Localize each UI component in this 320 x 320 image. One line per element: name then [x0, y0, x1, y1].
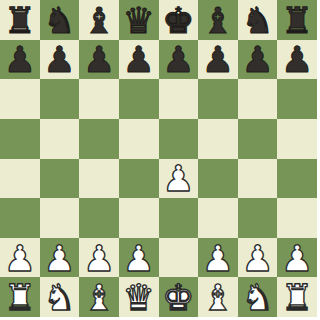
- square-h7[interactable]: ♟: [277, 40, 317, 80]
- square-d8[interactable]: ♛: [119, 0, 159, 40]
- square-h8[interactable]: ♜: [277, 0, 317, 40]
- square-f5[interactable]: [198, 119, 238, 159]
- square-c6[interactable]: [79, 79, 119, 119]
- white-bishop[interactable]: ♝: [202, 280, 234, 316]
- white-king[interactable]: ♚: [162, 280, 194, 316]
- white-pawn[interactable]: ♟: [43, 240, 75, 276]
- square-e2[interactable]: [159, 238, 199, 278]
- black-knight[interactable]: ♞: [241, 2, 273, 38]
- white-knight[interactable]: ♞: [43, 280, 75, 316]
- square-a5[interactable]: [0, 119, 40, 159]
- square-f3[interactable]: [198, 198, 238, 238]
- white-pawn[interactable]: ♟: [4, 240, 36, 276]
- black-pawn[interactable]: ♟: [162, 42, 194, 78]
- square-h6[interactable]: [277, 79, 317, 119]
- square-e3[interactable]: [159, 198, 199, 238]
- black-bishop[interactable]: ♝: [202, 2, 234, 38]
- black-pawn[interactable]: ♟: [202, 42, 234, 78]
- square-e1[interactable]: ♚: [159, 277, 199, 317]
- square-c2[interactable]: ♟: [79, 238, 119, 278]
- square-g6[interactable]: [238, 79, 278, 119]
- square-c3[interactable]: [79, 198, 119, 238]
- square-c1[interactable]: ♝: [79, 277, 119, 317]
- square-b2[interactable]: ♟: [40, 238, 80, 278]
- white-pawn[interactable]: ♟: [281, 240, 313, 276]
- white-pawn[interactable]: ♟: [202, 240, 234, 276]
- square-h3[interactable]: [277, 198, 317, 238]
- chess-board: ♜♞♝♛♚♝♞♜♟♟♟♟♟♟♟♟♟♟♟♟♟♟♟♟♜♞♝♛♚♝♞♜: [0, 0, 317, 317]
- square-g5[interactable]: [238, 119, 278, 159]
- square-e6[interactable]: [159, 79, 199, 119]
- square-f8[interactable]: ♝: [198, 0, 238, 40]
- square-g8[interactable]: ♞: [238, 0, 278, 40]
- white-queen[interactable]: ♛: [123, 280, 155, 316]
- square-a8[interactable]: ♜: [0, 0, 40, 40]
- square-h4[interactable]: [277, 159, 317, 199]
- black-queen[interactable]: ♛: [123, 2, 155, 38]
- square-c4[interactable]: [79, 159, 119, 199]
- square-c7[interactable]: ♟: [79, 40, 119, 80]
- black-pawn[interactable]: ♟: [83, 42, 115, 78]
- square-e5[interactable]: [159, 119, 199, 159]
- square-a6[interactable]: [0, 79, 40, 119]
- square-b1[interactable]: ♞: [40, 277, 80, 317]
- black-pawn[interactable]: ♟: [123, 42, 155, 78]
- square-d4[interactable]: [119, 159, 159, 199]
- square-c8[interactable]: ♝: [79, 0, 119, 40]
- square-a4[interactable]: [0, 159, 40, 199]
- square-b3[interactable]: [40, 198, 80, 238]
- square-b5[interactable]: [40, 119, 80, 159]
- square-e7[interactable]: ♟: [159, 40, 199, 80]
- square-h1[interactable]: ♜: [277, 277, 317, 317]
- white-rook[interactable]: ♜: [281, 280, 313, 316]
- square-h5[interactable]: [277, 119, 317, 159]
- black-king[interactable]: ♚: [162, 2, 194, 38]
- square-b8[interactable]: ♞: [40, 0, 80, 40]
- square-g7[interactable]: ♟: [238, 40, 278, 80]
- square-f6[interactable]: [198, 79, 238, 119]
- black-rook[interactable]: ♜: [281, 2, 313, 38]
- square-b6[interactable]: [40, 79, 80, 119]
- square-a1[interactable]: ♜: [0, 277, 40, 317]
- square-e8[interactable]: ♚: [159, 0, 199, 40]
- square-a2[interactable]: ♟: [0, 238, 40, 278]
- square-b7[interactable]: ♟: [40, 40, 80, 80]
- square-a7[interactable]: ♟: [0, 40, 40, 80]
- square-a3[interactable]: [0, 198, 40, 238]
- white-bishop[interactable]: ♝: [83, 280, 115, 316]
- page: ♜♞♝♛♚♝♞♜♟♟♟♟♟♟♟♟♟♟♟♟♟♟♟♟♜♞♝♛♚♝♞♜: [0, 0, 320, 320]
- square-d6[interactable]: [119, 79, 159, 119]
- square-h2[interactable]: ♟: [277, 238, 317, 278]
- square-b4[interactable]: [40, 159, 80, 199]
- square-g2[interactable]: ♟: [238, 238, 278, 278]
- white-pawn[interactable]: ♟: [241, 240, 273, 276]
- square-d3[interactable]: [119, 198, 159, 238]
- square-f7[interactable]: ♟: [198, 40, 238, 80]
- square-d7[interactable]: ♟: [119, 40, 159, 80]
- white-pawn[interactable]: ♟: [83, 240, 115, 276]
- square-c5[interactable]: [79, 119, 119, 159]
- black-rook[interactable]: ♜: [4, 2, 36, 38]
- white-pawn[interactable]: ♟: [162, 161, 194, 197]
- square-g1[interactable]: ♞: [238, 277, 278, 317]
- square-d2[interactable]: ♟: [119, 238, 159, 278]
- black-knight[interactable]: ♞: [43, 2, 75, 38]
- square-d5[interactable]: [119, 119, 159, 159]
- square-e4[interactable]: ♟: [159, 159, 199, 199]
- square-g4[interactable]: [238, 159, 278, 199]
- square-f1[interactable]: ♝: [198, 277, 238, 317]
- square-g3[interactable]: [238, 198, 278, 238]
- black-pawn[interactable]: ♟: [241, 42, 273, 78]
- square-d1[interactable]: ♛: [119, 277, 159, 317]
- white-pawn[interactable]: ♟: [123, 240, 155, 276]
- white-rook[interactable]: ♜: [4, 280, 36, 316]
- square-f4[interactable]: [198, 159, 238, 199]
- white-knight[interactable]: ♞: [241, 280, 273, 316]
- black-pawn[interactable]: ♟: [281, 42, 313, 78]
- black-pawn[interactable]: ♟: [4, 42, 36, 78]
- black-bishop[interactable]: ♝: [83, 2, 115, 38]
- black-pawn[interactable]: ♟: [43, 42, 75, 78]
- square-f2[interactable]: ♟: [198, 238, 238, 278]
